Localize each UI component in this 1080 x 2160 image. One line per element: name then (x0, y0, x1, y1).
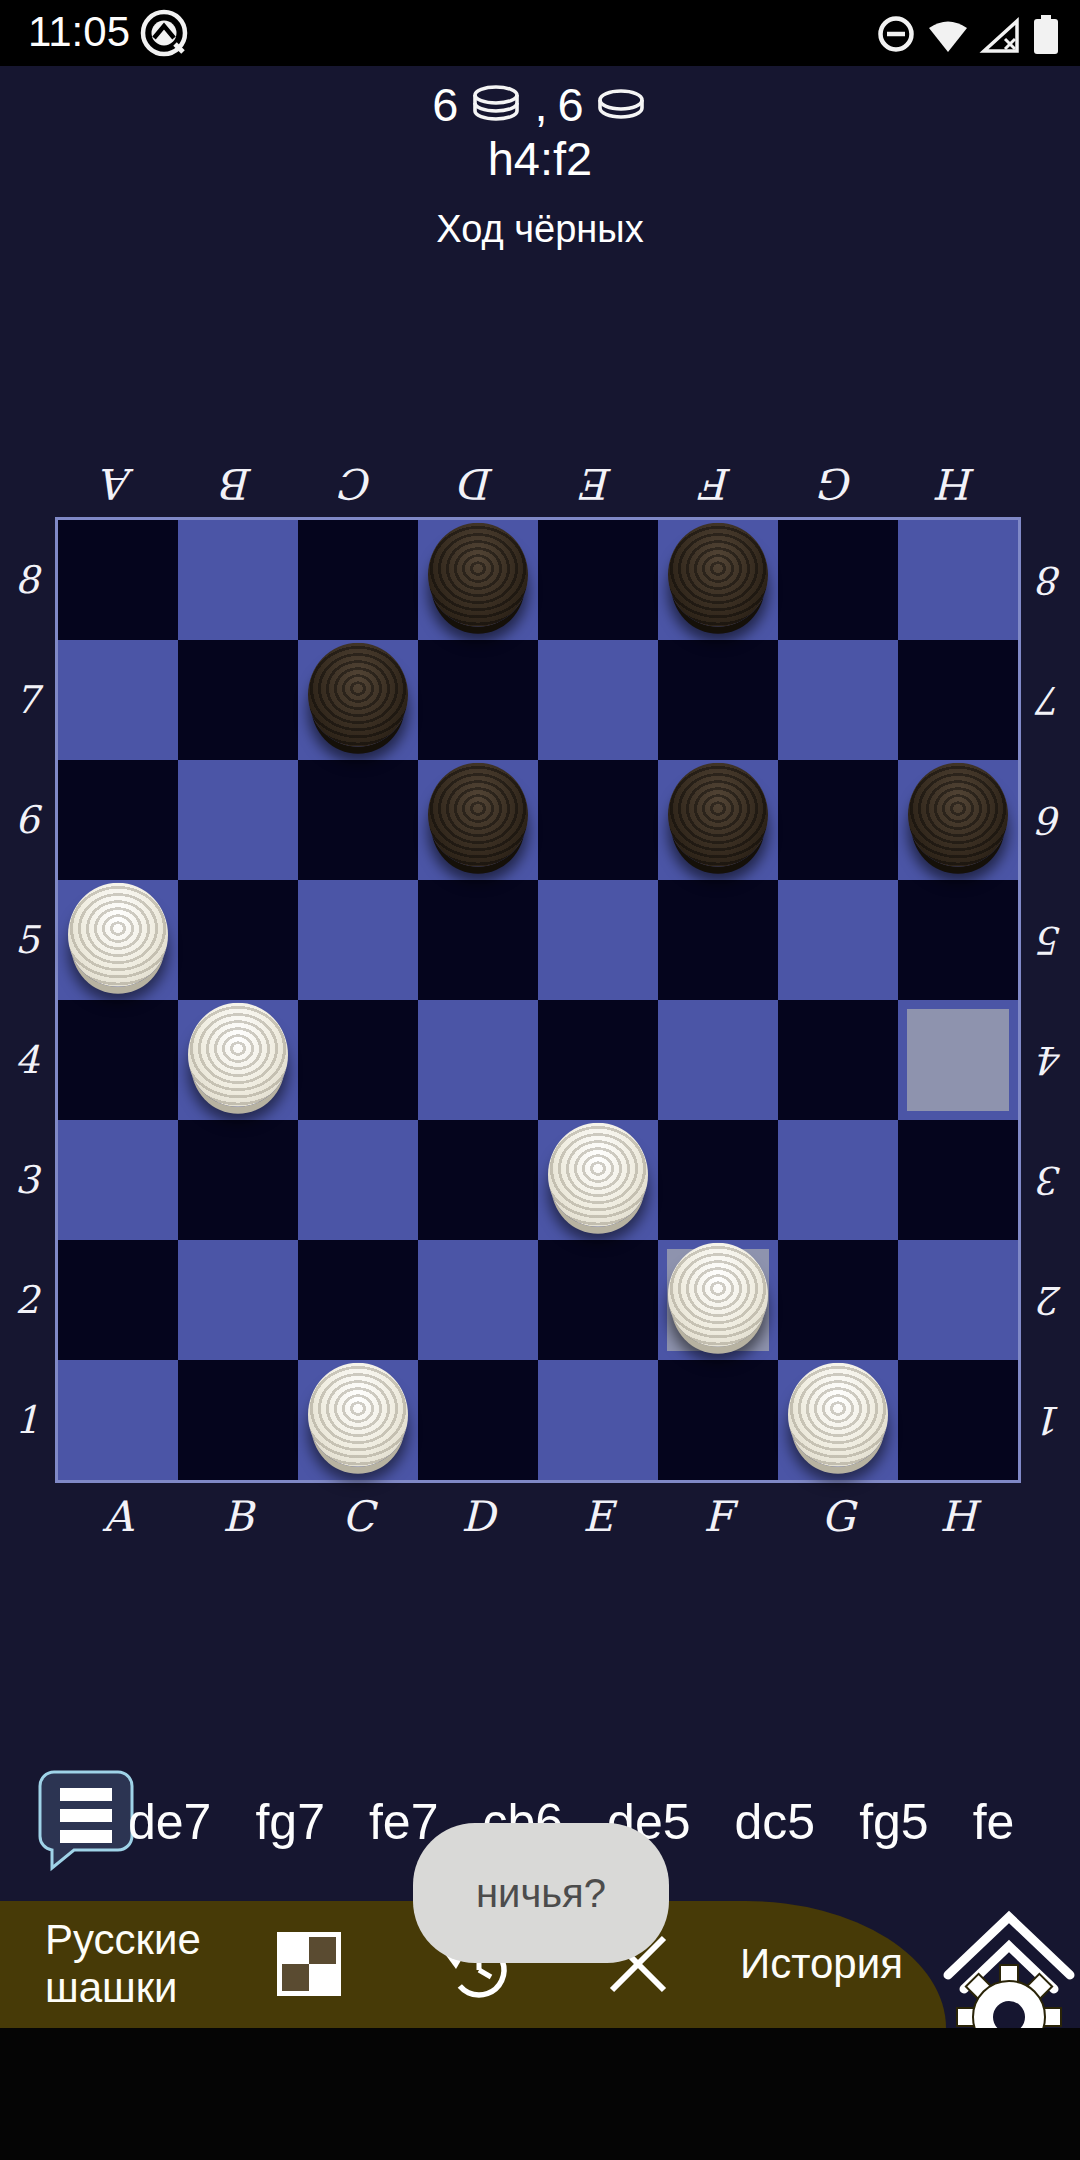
square-f3[interactable] (658, 1120, 778, 1240)
square-c8[interactable] (298, 520, 418, 640)
app-screen: 11:05 6 (0, 0, 1080, 2160)
draw-offer-bubble[interactable]: ничья? (413, 1823, 669, 1963)
square-d1[interactable] (418, 1360, 538, 1480)
file-labels-top: ABCDEFGH (58, 452, 1018, 514)
rank-label-right-8: 8 (1024, 520, 1078, 640)
square-g8[interactable] (778, 520, 898, 640)
move-fg7[interactable]: fg7 (255, 1793, 325, 1851)
rank-label-left-5: 5 (0, 880, 54, 1000)
android-nav-bar (0, 2028, 1080, 2160)
square-b2[interactable] (178, 1240, 298, 1360)
square-a4[interactable] (58, 1000, 178, 1120)
game-mode-line2: шашки (45, 1964, 201, 2012)
square-e4[interactable] (538, 1000, 658, 1120)
square-c5[interactable] (298, 880, 418, 1000)
square-d8[interactable] (418, 520, 538, 640)
square-h8[interactable] (898, 520, 1018, 640)
square-e1[interactable] (538, 1360, 658, 1480)
settings-corner[interactable] (938, 1905, 1080, 2028)
square-f6[interactable] (658, 760, 778, 880)
moves-menu-icon[interactable] (34, 1766, 138, 1872)
file-label-bottom-c: C (298, 1486, 418, 1548)
square-g5[interactable] (778, 880, 898, 1000)
square-h4[interactable] (898, 1000, 1018, 1120)
file-label-top-c: C (298, 452, 418, 514)
square-h7[interactable] (898, 640, 1018, 760)
move-de7[interactable]: de7 (128, 1793, 211, 1851)
white-piece-e3[interactable] (548, 1123, 648, 1227)
game-mode-line1: Русские (45, 1916, 201, 1964)
turn-indicator: Ход чёрных (0, 208, 1080, 251)
square-b1[interactable] (178, 1360, 298, 1480)
rank-label-left-6: 6 (0, 760, 54, 880)
square-b4[interactable] (178, 1000, 298, 1120)
file-label-top-g: G (778, 452, 898, 514)
app-notification-icon (138, 7, 190, 59)
history-button[interactable]: История (740, 1940, 903, 1988)
draw-offer-text: ничья? (476, 1871, 606, 1916)
rank-label-right-2: 2 (1024, 1240, 1078, 1360)
game-mode-title: Русские шашки (45, 1916, 201, 2012)
move-fe7[interactable]: fe7 (369, 1793, 439, 1851)
move-dc5[interactable]: dc5 (735, 1793, 816, 1851)
square-h1[interactable] (898, 1360, 1018, 1480)
square-c1[interactable] (298, 1360, 418, 1480)
file-label-top-a: A (58, 452, 178, 514)
square-a2[interactable] (58, 1240, 178, 1360)
rank-label-right-6: 6 (1024, 760, 1078, 880)
square-f8[interactable] (658, 520, 778, 640)
rank-label-left-7: 7 (0, 640, 54, 760)
square-g6[interactable] (778, 760, 898, 880)
square-e5[interactable] (538, 880, 658, 1000)
square-a7[interactable] (58, 640, 178, 760)
black-piece-f8[interactable] (668, 523, 768, 627)
status-bar: 11:05 (0, 0, 1080, 66)
game-header: 6 , 6 h4:f2 Ход чёрных (0, 78, 1080, 251)
square-a1[interactable] (58, 1360, 178, 1480)
do-not-disturb-icon (881, 19, 912, 50)
square-b8[interactable] (178, 520, 298, 640)
square-c2[interactable] (298, 1240, 418, 1360)
square-c7[interactable] (298, 640, 418, 760)
square-f5[interactable] (658, 880, 778, 1000)
last-move: h4:f2 (0, 132, 1080, 186)
square-a3[interactable] (58, 1120, 178, 1240)
file-label-top-e: E (538, 452, 658, 514)
square-g1[interactable] (778, 1360, 898, 1480)
square-d2[interactable] (418, 1240, 538, 1360)
square-b6[interactable] (178, 760, 298, 880)
square-b3[interactable] (178, 1120, 298, 1240)
rank-label-right-7: 7 (1024, 640, 1078, 760)
status-time: 11:05 (28, 8, 130, 56)
file-label-bottom-d: D (418, 1486, 538, 1548)
white-piece-c1[interactable] (308, 1363, 408, 1467)
white-piece-f2[interactable] (668, 1243, 768, 1347)
black-piece-d6[interactable] (428, 763, 528, 867)
move-fe[interactable]: fe (973, 1793, 1015, 1851)
rank-labels-right: 87654321 (1024, 520, 1078, 1480)
rank-label-left-4: 4 (0, 1000, 54, 1120)
square-a8[interactable] (58, 520, 178, 640)
square-d3[interactable] (418, 1120, 538, 1240)
square-h2[interactable] (898, 1240, 1018, 1360)
square-c3[interactable] (298, 1120, 418, 1240)
file-label-bottom-h: H (898, 1486, 1018, 1548)
square-f2[interactable] (658, 1240, 778, 1360)
square-e3[interactable] (538, 1120, 658, 1240)
square-d6[interactable] (418, 760, 538, 880)
checkers-board[interactable] (58, 520, 1018, 1480)
square-e2[interactable] (538, 1240, 658, 1360)
count-b: 6 (558, 78, 584, 132)
file-label-top-f: F (658, 452, 778, 514)
file-labels-bottom: ABCDEFGH (58, 1486, 1018, 1548)
rank-label-right-4: 4 (1024, 1000, 1078, 1120)
checker-disc-icon (594, 83, 648, 127)
rank-label-left-3: 3 (0, 1120, 54, 1240)
white-piece-b4[interactable] (188, 1003, 288, 1107)
square-a6[interactable] (58, 760, 178, 880)
square-g2[interactable] (778, 1240, 898, 1360)
no-signal-icon (984, 21, 1017, 51)
file-label-bottom-b: B (178, 1486, 298, 1548)
square-f1[interactable] (658, 1360, 778, 1480)
file-label-bottom-e: E (538, 1486, 658, 1548)
move-fg5[interactable]: fg5 (859, 1793, 929, 1851)
file-label-bottom-a: A (58, 1486, 178, 1548)
white-piece-g1[interactable] (788, 1363, 888, 1467)
battery-icon (1034, 15, 1058, 54)
square-e6[interactable] (538, 760, 658, 880)
square-b7[interactable] (178, 640, 298, 760)
square-h6[interactable] (898, 760, 1018, 880)
square-f4[interactable] (658, 1000, 778, 1120)
file-label-bottom-g: G (778, 1486, 898, 1548)
square-d7[interactable] (418, 640, 538, 760)
status-icons (872, 10, 1072, 58)
gear-icon (957, 1965, 1061, 2028)
square-d4[interactable] (418, 1000, 538, 1120)
square-c4[interactable] (298, 1000, 418, 1120)
wifi-icon (929, 22, 967, 53)
file-label-top-d: D (418, 452, 538, 514)
counts-comma: , (534, 78, 547, 132)
square-f7[interactable] (658, 640, 778, 760)
file-label-top-h: H (898, 452, 1018, 514)
black-piece-h6[interactable] (908, 763, 1008, 867)
square-e8[interactable] (538, 520, 658, 640)
highlight-h4 (907, 1009, 1009, 1111)
rank-label-right-3: 3 (1024, 1120, 1078, 1240)
square-g4[interactable] (778, 1000, 898, 1120)
square-h3[interactable] (898, 1120, 1018, 1240)
square-d5[interactable] (418, 880, 538, 1000)
square-a5[interactable] (58, 880, 178, 1000)
rank-label-left-1: 1 (0, 1360, 54, 1480)
black-piece-d8[interactable] (428, 523, 528, 627)
rank-label-left-8: 8 (0, 520, 54, 640)
black-piece-f6[interactable] (668, 763, 768, 867)
file-label-top-b: B (178, 452, 298, 514)
white-piece-a5[interactable] (68, 883, 168, 987)
count-a: 6 (432, 78, 458, 132)
board-style-icon[interactable] (277, 1932, 341, 1996)
file-label-bottom-f: F (658, 1486, 778, 1548)
rank-label-right-5: 5 (1024, 880, 1078, 1000)
square-c6[interactable] (298, 760, 418, 880)
rank-labels-left: 87654321 (0, 520, 54, 1480)
rank-label-right-1: 1 (1024, 1360, 1078, 1480)
square-h5[interactable] (898, 880, 1018, 1000)
square-g3[interactable] (778, 1120, 898, 1240)
piece-counts: 6 , 6 (0, 78, 1080, 132)
black-piece-c7[interactable] (308, 643, 408, 747)
square-b5[interactable] (178, 880, 298, 1000)
rank-label-left-2: 2 (0, 1240, 54, 1360)
square-e7[interactable] (538, 640, 658, 760)
square-g7[interactable] (778, 640, 898, 760)
stacked-checkers-icon (468, 82, 524, 128)
